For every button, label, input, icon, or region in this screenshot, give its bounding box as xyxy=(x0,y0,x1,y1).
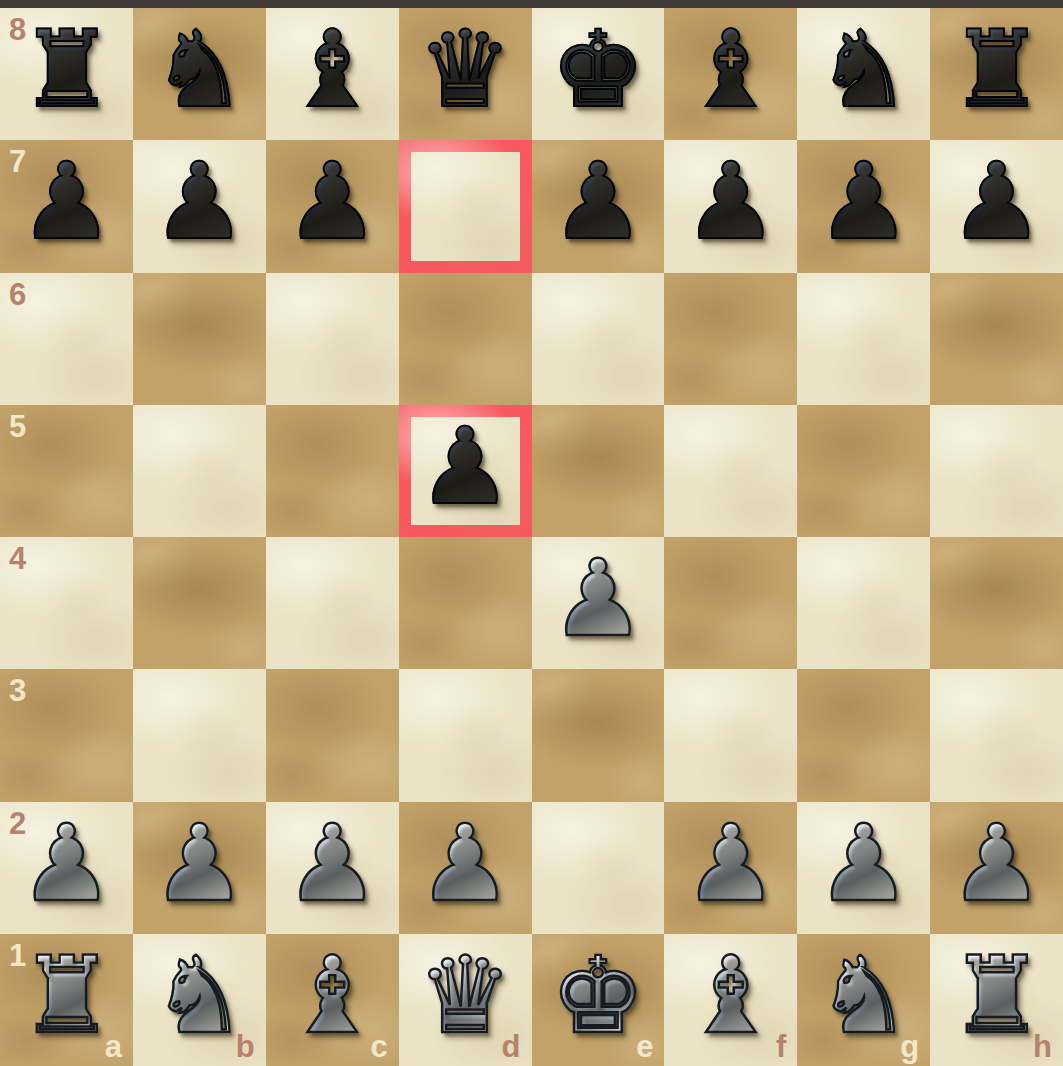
piece-black-pawn-a7[interactable]: ♟ xyxy=(19,149,114,255)
square-f4[interactable] xyxy=(664,537,797,669)
rank-label-5: 5 xyxy=(9,411,26,442)
square-b7[interactable]: ♟ xyxy=(133,140,266,272)
file-label-b: b xyxy=(236,1031,255,1062)
file-label-f: f xyxy=(776,1031,786,1062)
piece-black-pawn-g7[interactable]: ♟ xyxy=(816,149,911,255)
square-h8[interactable]: ♜ xyxy=(930,8,1063,140)
square-a3[interactable]: 3 xyxy=(0,669,133,801)
piece-white-pawn-g2[interactable]: ♟ xyxy=(816,811,911,917)
square-f7[interactable]: ♟ xyxy=(664,140,797,272)
piece-black-pawn-d5[interactable]: ♟ xyxy=(418,414,513,520)
square-c3[interactable] xyxy=(266,669,399,801)
piece-white-queen-d1[interactable]: ♛ xyxy=(418,943,513,1049)
square-h4[interactable] xyxy=(930,537,1063,669)
square-f1[interactable]: f♝ xyxy=(664,934,797,1066)
piece-white-knight-g1[interactable]: ♞ xyxy=(816,943,911,1049)
file-label-e: e xyxy=(636,1031,653,1062)
square-d8[interactable]: ♛ xyxy=(399,8,532,140)
square-b8[interactable]: ♞ xyxy=(133,8,266,140)
rank-label-6: 6 xyxy=(9,279,26,310)
piece-white-knight-b1[interactable]: ♞ xyxy=(152,943,247,1049)
square-a8[interactable]: 8♜ xyxy=(0,8,133,140)
window-top-bar xyxy=(0,0,1063,8)
file-label-g: g xyxy=(900,1031,919,1062)
piece-white-pawn-f2[interactable]: ♟ xyxy=(683,811,778,917)
chess-board: 8♜♞♝♛♚♝♞♜7♟♟♟♟♟♟♟65♟4♟32♟♟♟♟♟♟♟1a♜b♞c♝d♛… xyxy=(0,8,1063,1066)
square-c8[interactable]: ♝ xyxy=(266,8,399,140)
square-e2[interactable] xyxy=(532,802,665,934)
square-g8[interactable]: ♞ xyxy=(797,8,930,140)
square-a7[interactable]: 7♟ xyxy=(0,140,133,272)
rank-label-2: 2 xyxy=(9,808,26,839)
piece-white-pawn-c2[interactable]: ♟ xyxy=(285,811,380,917)
square-b4[interactable] xyxy=(133,537,266,669)
square-d3[interactable] xyxy=(399,669,532,801)
square-b2[interactable]: ♟ xyxy=(133,802,266,934)
square-g4[interactable] xyxy=(797,537,930,669)
piece-black-pawn-c7[interactable]: ♟ xyxy=(285,149,380,255)
square-a1[interactable]: 1a♜ xyxy=(0,934,133,1066)
square-g7[interactable]: ♟ xyxy=(797,140,930,272)
square-g3[interactable] xyxy=(797,669,930,801)
square-d2[interactable]: ♟ xyxy=(399,802,532,934)
piece-white-bishop-f1[interactable]: ♝ xyxy=(683,943,778,1049)
square-b5[interactable] xyxy=(133,405,266,537)
square-g1[interactable]: g♞ xyxy=(797,934,930,1066)
piece-white-pawn-a2[interactable]: ♟ xyxy=(19,811,114,917)
piece-white-rook-h1[interactable]: ♜ xyxy=(949,943,1044,1049)
square-e7[interactable]: ♟ xyxy=(532,140,665,272)
square-a5[interactable]: 5 xyxy=(0,405,133,537)
file-label-h: h xyxy=(1033,1031,1052,1062)
piece-white-pawn-d2[interactable]: ♟ xyxy=(418,811,513,917)
file-label-d: d xyxy=(502,1031,521,1062)
piece-black-pawn-b7[interactable]: ♟ xyxy=(152,149,247,255)
square-h2[interactable]: ♟ xyxy=(930,802,1063,934)
piece-white-bishop-c1[interactable]: ♝ xyxy=(285,943,380,1049)
piece-black-pawn-h7[interactable]: ♟ xyxy=(949,149,1044,255)
square-e3[interactable] xyxy=(532,669,665,801)
square-c5[interactable] xyxy=(266,405,399,537)
square-f3[interactable] xyxy=(664,669,797,801)
piece-white-rook-a1[interactable]: ♜ xyxy=(19,943,114,1049)
rank-label-3: 3 xyxy=(9,675,26,706)
square-d5-last-move-highlight[interactable]: ♟ xyxy=(399,405,532,537)
square-d4[interactable] xyxy=(399,537,532,669)
square-g2[interactable]: ♟ xyxy=(797,802,930,934)
square-e4[interactable]: ♟ xyxy=(532,537,665,669)
square-a2[interactable]: 2♟ xyxy=(0,802,133,934)
piece-white-king-e1[interactable]: ♚ xyxy=(550,943,645,1049)
piece-white-pawn-h2[interactable]: ♟ xyxy=(949,811,1044,917)
square-d1[interactable]: d♛ xyxy=(399,934,532,1066)
square-h6[interactable] xyxy=(930,273,1063,405)
piece-black-king-e8[interactable]: ♚ xyxy=(550,17,645,123)
square-h5[interactable] xyxy=(930,405,1063,537)
rank-label-1: 1 xyxy=(9,940,26,971)
square-c1[interactable]: c♝ xyxy=(266,934,399,1066)
piece-black-pawn-e7[interactable]: ♟ xyxy=(550,149,645,255)
square-e8[interactable]: ♚ xyxy=(532,8,665,140)
square-b3[interactable] xyxy=(133,669,266,801)
square-f8[interactable]: ♝ xyxy=(664,8,797,140)
piece-black-queen-d8[interactable]: ♛ xyxy=(418,17,513,123)
piece-black-rook-a8[interactable]: ♜ xyxy=(19,17,114,123)
square-f6[interactable] xyxy=(664,273,797,405)
square-a4[interactable]: 4 xyxy=(0,537,133,669)
square-c4[interactable] xyxy=(266,537,399,669)
square-b6[interactable] xyxy=(133,273,266,405)
square-g6[interactable] xyxy=(797,273,930,405)
square-e6[interactable] xyxy=(532,273,665,405)
square-g5[interactable] xyxy=(797,405,930,537)
square-f5[interactable] xyxy=(664,405,797,537)
square-e5[interactable] xyxy=(532,405,665,537)
square-c7[interactable]: ♟ xyxy=(266,140,399,272)
file-label-c: c xyxy=(370,1031,387,1062)
square-d7-last-move-highlight[interactable] xyxy=(399,140,532,272)
rank-label-4: 4 xyxy=(9,543,26,574)
square-h7[interactable]: ♟ xyxy=(930,140,1063,272)
piece-black-pawn-f7[interactable]: ♟ xyxy=(683,149,778,255)
square-c2[interactable]: ♟ xyxy=(266,802,399,934)
file-label-a: a xyxy=(105,1031,122,1062)
square-a6[interactable]: 6 xyxy=(0,273,133,405)
square-d6[interactable] xyxy=(399,273,532,405)
piece-black-bishop-c8[interactable]: ♝ xyxy=(285,17,380,123)
square-b1[interactable]: b♞ xyxy=(133,934,266,1066)
square-f2[interactable]: ♟ xyxy=(664,802,797,934)
square-c6[interactable] xyxy=(266,273,399,405)
piece-black-bishop-f8[interactable]: ♝ xyxy=(683,17,778,123)
rank-label-7: 7 xyxy=(9,146,26,177)
piece-white-pawn-e4[interactable]: ♟ xyxy=(550,546,645,652)
square-e1[interactable]: e♚ xyxy=(532,934,665,1066)
piece-black-knight-b8[interactable]: ♞ xyxy=(152,17,247,123)
square-h1[interactable]: h♜ xyxy=(930,934,1063,1066)
rank-label-8: 8 xyxy=(9,14,26,45)
piece-black-knight-g8[interactable]: ♞ xyxy=(816,17,911,123)
piece-black-rook-h8[interactable]: ♜ xyxy=(949,17,1044,123)
piece-white-pawn-b2[interactable]: ♟ xyxy=(152,811,247,917)
square-h3[interactable] xyxy=(930,669,1063,801)
